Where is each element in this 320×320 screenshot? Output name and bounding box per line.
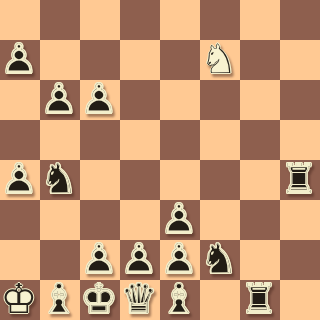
square-g5[interactable] xyxy=(240,120,280,160)
rook-glyph-outline: ♖ xyxy=(279,158,319,198)
pawn-glyph-outline: ♙ xyxy=(119,238,159,278)
square-g2[interactable] xyxy=(240,240,280,280)
square-c8[interactable] xyxy=(80,0,120,40)
square-c6[interactable]: ♟♙ xyxy=(80,80,120,120)
square-f8[interactable] xyxy=(200,0,240,40)
square-d4[interactable] xyxy=(120,160,160,200)
square-g4[interactable] xyxy=(240,160,280,200)
square-a3[interactable] xyxy=(0,200,40,240)
square-e3[interactable]: ♟♙ xyxy=(160,200,200,240)
square-h8[interactable] xyxy=(280,0,320,40)
square-h7[interactable] xyxy=(280,40,320,80)
knight-glyph-outline: ♘ xyxy=(39,158,79,198)
square-b8[interactable] xyxy=(40,0,80,40)
square-f7[interactable]: ♞♘ xyxy=(200,40,240,80)
square-g1[interactable]: ♜♖ xyxy=(240,280,280,320)
black-queen-d1[interactable]: ♛♕ xyxy=(119,278,159,318)
rook-glyph-outline: ♖ xyxy=(239,278,279,318)
pawn-glyph-outline: ♙ xyxy=(159,238,199,278)
square-d6[interactable] xyxy=(120,80,160,120)
black-pawn-c2[interactable]: ♟♙ xyxy=(79,238,119,278)
square-c5[interactable] xyxy=(80,120,120,160)
square-e1[interactable]: ♝♗ xyxy=(160,280,200,320)
square-h3[interactable] xyxy=(280,200,320,240)
pawn-glyph-outline: ♙ xyxy=(159,198,199,238)
black-pawn-e3[interactable]: ♟♙ xyxy=(159,198,199,238)
king-glyph-outline: ♔ xyxy=(79,278,119,318)
square-c4[interactable] xyxy=(80,160,120,200)
square-f3[interactable] xyxy=(200,200,240,240)
king-glyph-outline: ♔ xyxy=(0,278,39,318)
black-rook-h4[interactable]: ♜♖ xyxy=(279,158,319,198)
square-c2[interactable]: ♟♙ xyxy=(80,240,120,280)
black-pawn-e2[interactable]: ♟♙ xyxy=(159,238,199,278)
black-pawn-a4[interactable]: ♟♙ xyxy=(0,158,39,198)
black-pawn-b6[interactable]: ♟♙ xyxy=(39,78,79,118)
square-e2[interactable]: ♟♙ xyxy=(160,240,200,280)
square-g3[interactable] xyxy=(240,200,280,240)
square-g7[interactable] xyxy=(240,40,280,80)
square-b2[interactable] xyxy=(40,240,80,280)
square-a5[interactable] xyxy=(0,120,40,160)
square-h4[interactable]: ♜♖ xyxy=(280,160,320,200)
square-d1[interactable]: ♛♕ xyxy=(120,280,160,320)
black-bishop-b1[interactable]: ♝♗ xyxy=(39,278,79,318)
square-e8[interactable] xyxy=(160,0,200,40)
pawn-glyph-outline: ♙ xyxy=(79,78,119,118)
pawn-glyph-outline: ♙ xyxy=(39,78,79,118)
square-h2[interactable] xyxy=(280,240,320,280)
chess-board: ♟♙♞♘♟♙♟♙♟♙♞♘♜♖♟♙♟♙♟♙♟♙♞♘♚♔♝♗♚♔♛♕♝♗♜♖ xyxy=(0,0,320,320)
square-c1[interactable]: ♚♔ xyxy=(80,280,120,320)
square-f2[interactable]: ♞♘ xyxy=(200,240,240,280)
square-g6[interactable] xyxy=(240,80,280,120)
square-g8[interactable] xyxy=(240,0,280,40)
knight-glyph-outline: ♘ xyxy=(199,238,239,278)
square-e4[interactable] xyxy=(160,160,200,200)
square-e5[interactable] xyxy=(160,120,200,160)
pawn-glyph-outline: ♙ xyxy=(79,238,119,278)
pawn-glyph-outline: ♙ xyxy=(0,158,39,198)
square-h5[interactable] xyxy=(280,120,320,160)
square-f6[interactable] xyxy=(200,80,240,120)
white-knight-f7[interactable]: ♞♘ xyxy=(199,38,239,78)
black-rook-g1[interactable]: ♜♖ xyxy=(239,278,279,318)
square-d7[interactable] xyxy=(120,40,160,80)
square-h1[interactable] xyxy=(280,280,320,320)
bishop-glyph-outline: ♗ xyxy=(159,278,199,318)
square-a1[interactable]: ♚♔ xyxy=(0,280,40,320)
square-a6[interactable] xyxy=(0,80,40,120)
square-f1[interactable] xyxy=(200,280,240,320)
black-knight-f2[interactable]: ♞♘ xyxy=(199,238,239,278)
square-d5[interactable] xyxy=(120,120,160,160)
black-pawn-d2[interactable]: ♟♙ xyxy=(119,238,159,278)
square-a2[interactable] xyxy=(0,240,40,280)
square-b5[interactable] xyxy=(40,120,80,160)
square-d2[interactable]: ♟♙ xyxy=(120,240,160,280)
black-bishop-e1[interactable]: ♝♗ xyxy=(159,278,199,318)
square-d3[interactable] xyxy=(120,200,160,240)
square-b3[interactable] xyxy=(40,200,80,240)
square-b6[interactable]: ♟♙ xyxy=(40,80,80,120)
square-b7[interactable] xyxy=(40,40,80,80)
black-pawn-a7[interactable]: ♟♙ xyxy=(0,38,39,78)
square-b1[interactable]: ♝♗ xyxy=(40,280,80,320)
square-a7[interactable]: ♟♙ xyxy=(0,40,40,80)
square-f5[interactable] xyxy=(200,120,240,160)
square-b4[interactable]: ♞♘ xyxy=(40,160,80,200)
black-pawn-c6[interactable]: ♟♙ xyxy=(79,78,119,118)
square-c3[interactable] xyxy=(80,200,120,240)
square-f4[interactable] xyxy=(200,160,240,200)
black-king-c1[interactable]: ♚♔ xyxy=(79,278,119,318)
square-e6[interactable] xyxy=(160,80,200,120)
square-e7[interactable] xyxy=(160,40,200,80)
square-c7[interactable] xyxy=(80,40,120,80)
square-d8[interactable] xyxy=(120,0,160,40)
queen-glyph-outline: ♕ xyxy=(119,278,159,318)
bishop-glyph-outline: ♗ xyxy=(39,278,79,318)
square-a8[interactable] xyxy=(0,0,40,40)
knight-glyph-outline: ♘ xyxy=(199,38,239,78)
square-a4[interactable]: ♟♙ xyxy=(0,160,40,200)
pawn-glyph-outline: ♙ xyxy=(0,38,39,78)
square-h6[interactable] xyxy=(280,80,320,120)
white-king-a1[interactable]: ♚♔ xyxy=(0,278,39,318)
black-knight-b4[interactable]: ♞♘ xyxy=(39,158,79,198)
